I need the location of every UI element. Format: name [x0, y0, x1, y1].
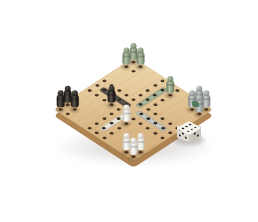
board-hole [159, 79, 165, 83]
board-hole [130, 69, 136, 73]
dice-pip [194, 132, 196, 135]
board-hole [159, 98, 165, 102]
pawn-white [122, 108, 130, 121]
board-hole [87, 88, 93, 92]
board-hole [152, 131, 158, 135]
board-hole [116, 117, 122, 121]
board-hole [166, 121, 172, 125]
board-hole [101, 135, 107, 139]
dice-pip [185, 136, 187, 139]
board-hole [108, 131, 114, 135]
pawn-black [71, 94, 79, 107]
board-hole [94, 84, 100, 88]
board-hole [152, 112, 158, 116]
board-hole [101, 79, 107, 83]
board-hole [145, 117, 151, 121]
board-hole [145, 107, 151, 111]
dice-pip [181, 128, 184, 130]
board-hole [145, 88, 151, 92]
board-hole [87, 126, 93, 130]
board-hole [152, 93, 158, 97]
board-hole [123, 93, 129, 97]
dice-pip [197, 134, 199, 137]
board-hole [94, 93, 100, 97]
board-hole [116, 126, 122, 130]
board-hole [145, 126, 151, 130]
board-hole [166, 131, 172, 135]
board-hole [145, 98, 151, 102]
dice [176, 117, 202, 145]
board-hole [174, 88, 180, 92]
board-hole [159, 88, 165, 92]
dice-pip [193, 127, 196, 129]
board-hole [130, 117, 136, 121]
board-hole [101, 88, 107, 92]
product-photo-scene [0, 0, 258, 222]
board-hole [65, 112, 71, 116]
board-hole [137, 102, 143, 106]
board-hole [159, 117, 165, 121]
board-hole [108, 121, 114, 125]
pawn-black [107, 89, 115, 102]
dice-pip [185, 126, 188, 128]
pawn-black [56, 94, 64, 107]
dice-pip [186, 130, 189, 132]
board-hole [137, 112, 143, 116]
pawn-green [165, 80, 173, 93]
board-hole [116, 88, 122, 92]
board-hole [101, 126, 107, 130]
board-hole [101, 98, 107, 102]
board-hole [116, 98, 122, 102]
dice-pip [188, 124, 191, 126]
board-hole [137, 121, 143, 125]
board-hole [94, 131, 100, 135]
dice-pip [179, 134, 181, 137]
green-brand-stamp-icon [191, 101, 199, 107]
board-hole [116, 107, 122, 111]
pawn-green [122, 52, 130, 65]
pawn-green [136, 52, 144, 65]
board-hole [130, 98, 136, 102]
board-hole [152, 84, 158, 88]
board-hole [108, 112, 114, 116]
board-hole [159, 126, 165, 130]
board-hole [159, 135, 165, 139]
board-hole [101, 117, 107, 121]
board-hole [94, 121, 100, 125]
board-hole [152, 121, 158, 125]
dice-pip [190, 128, 193, 130]
board-hole [152, 102, 158, 106]
board-hole [137, 93, 143, 97]
pawn-white [129, 141, 137, 154]
